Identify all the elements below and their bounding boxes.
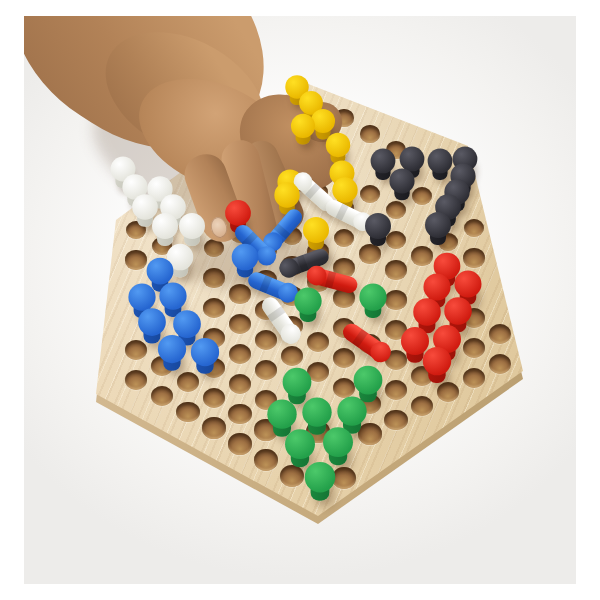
peg-yellow[interactable] <box>296 125 311 145</box>
product-photo-scene <box>0 0 600 600</box>
peg-blue[interactable] <box>143 321 160 343</box>
photo-area <box>24 16 576 584</box>
peg-green[interactable] <box>300 300 317 322</box>
peg-white[interactable] <box>157 225 173 246</box>
peg-black[interactable] <box>375 160 390 180</box>
peg-green[interactable] <box>365 296 382 318</box>
peg-black[interactable] <box>432 160 447 180</box>
peg-green[interactable] <box>329 441 347 465</box>
peg-green[interactable] <box>359 379 377 402</box>
peg-green[interactable] <box>311 476 330 501</box>
peg-white[interactable] <box>184 225 200 246</box>
peg-yellow[interactable] <box>308 229 324 250</box>
peg-blue[interactable] <box>163 348 180 371</box>
peg-red[interactable] <box>428 360 445 383</box>
peg-green[interactable] <box>288 381 306 404</box>
peg-white[interactable] <box>172 256 188 277</box>
peg-black[interactable] <box>370 225 386 246</box>
peg-blue[interactable] <box>196 351 213 374</box>
peg-black[interactable] <box>394 180 409 200</box>
peg-black[interactable] <box>430 224 446 245</box>
peg-red[interactable] <box>406 340 423 363</box>
peg-green[interactable] <box>308 411 326 435</box>
peg-green[interactable] <box>291 443 309 467</box>
peg-white[interactable] <box>137 206 153 227</box>
